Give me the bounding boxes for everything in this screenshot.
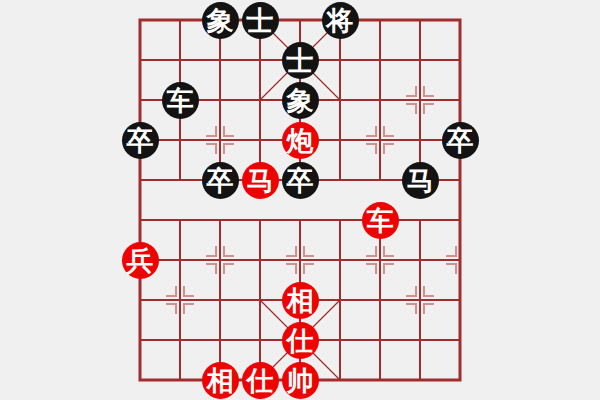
point-marker bbox=[384, 126, 394, 136]
point-marker bbox=[446, 264, 456, 274]
point-marker bbox=[184, 286, 194, 296]
piece-red-advisor[interactable]: 仕 bbox=[282, 322, 319, 359]
point-marker bbox=[286, 246, 296, 256]
piece-red-advisor[interactable]: 仕 bbox=[242, 362, 279, 399]
point-marker bbox=[206, 144, 216, 154]
point-marker bbox=[424, 86, 434, 96]
point-marker bbox=[424, 304, 434, 314]
point-marker bbox=[366, 264, 376, 274]
point-marker bbox=[446, 246, 456, 256]
point-marker bbox=[406, 286, 416, 296]
point-marker bbox=[184, 304, 194, 314]
piece-black-elephant[interactable]: 象 bbox=[202, 2, 239, 39]
piece-red-general[interactable]: 帅 bbox=[282, 362, 319, 399]
point-marker bbox=[424, 104, 434, 114]
point-marker bbox=[166, 304, 176, 314]
point-marker bbox=[166, 286, 176, 296]
piece-black-chariot[interactable]: 车 bbox=[162, 82, 199, 119]
piece-red-elephant[interactable]: 相 bbox=[282, 282, 319, 319]
piece-black-advisor[interactable]: 士 bbox=[242, 2, 279, 39]
point-marker bbox=[406, 86, 416, 96]
point-marker bbox=[406, 104, 416, 114]
point-marker bbox=[224, 126, 234, 136]
piece-black-general[interactable]: 将 bbox=[322, 2, 359, 39]
piece-red-pawn[interactable]: 兵 bbox=[122, 242, 159, 279]
point-marker bbox=[206, 264, 216, 274]
piece-red-cannon[interactable]: 炮 bbox=[282, 122, 319, 159]
piece-black-pawn[interactable]: 卒 bbox=[122, 122, 159, 159]
point-marker bbox=[206, 126, 216, 136]
piece-black-advisor[interactable]: 士 bbox=[282, 42, 319, 79]
piece-red-chariot[interactable]: 车 bbox=[362, 202, 399, 239]
point-marker bbox=[366, 246, 376, 256]
point-marker bbox=[384, 144, 394, 154]
point-marker bbox=[366, 144, 376, 154]
piece-black-horse[interactable]: 马 bbox=[402, 162, 439, 199]
point-marker bbox=[304, 264, 314, 274]
piece-black-elephant[interactable]: 象 bbox=[282, 82, 319, 119]
piece-black-pawn[interactable]: 卒 bbox=[202, 162, 239, 199]
point-marker bbox=[224, 144, 234, 154]
point-marker bbox=[304, 246, 314, 256]
point-marker bbox=[406, 304, 416, 314]
board-background: 象士将士车象卒炮卒卒马卒马车兵相仕相仕帅 bbox=[0, 0, 600, 400]
point-marker bbox=[384, 246, 394, 256]
piece-red-elephant[interactable]: 相 bbox=[202, 362, 239, 399]
point-marker bbox=[424, 286, 434, 296]
point-marker bbox=[384, 264, 394, 274]
point-marker bbox=[224, 264, 234, 274]
point-marker bbox=[286, 264, 296, 274]
piece-red-horse[interactable]: 马 bbox=[242, 162, 279, 199]
piece-black-pawn[interactable]: 卒 bbox=[282, 162, 319, 199]
point-marker bbox=[366, 126, 376, 136]
point-marker bbox=[206, 246, 216, 256]
piece-black-pawn[interactable]: 卒 bbox=[442, 122, 479, 159]
point-marker bbox=[224, 246, 234, 256]
